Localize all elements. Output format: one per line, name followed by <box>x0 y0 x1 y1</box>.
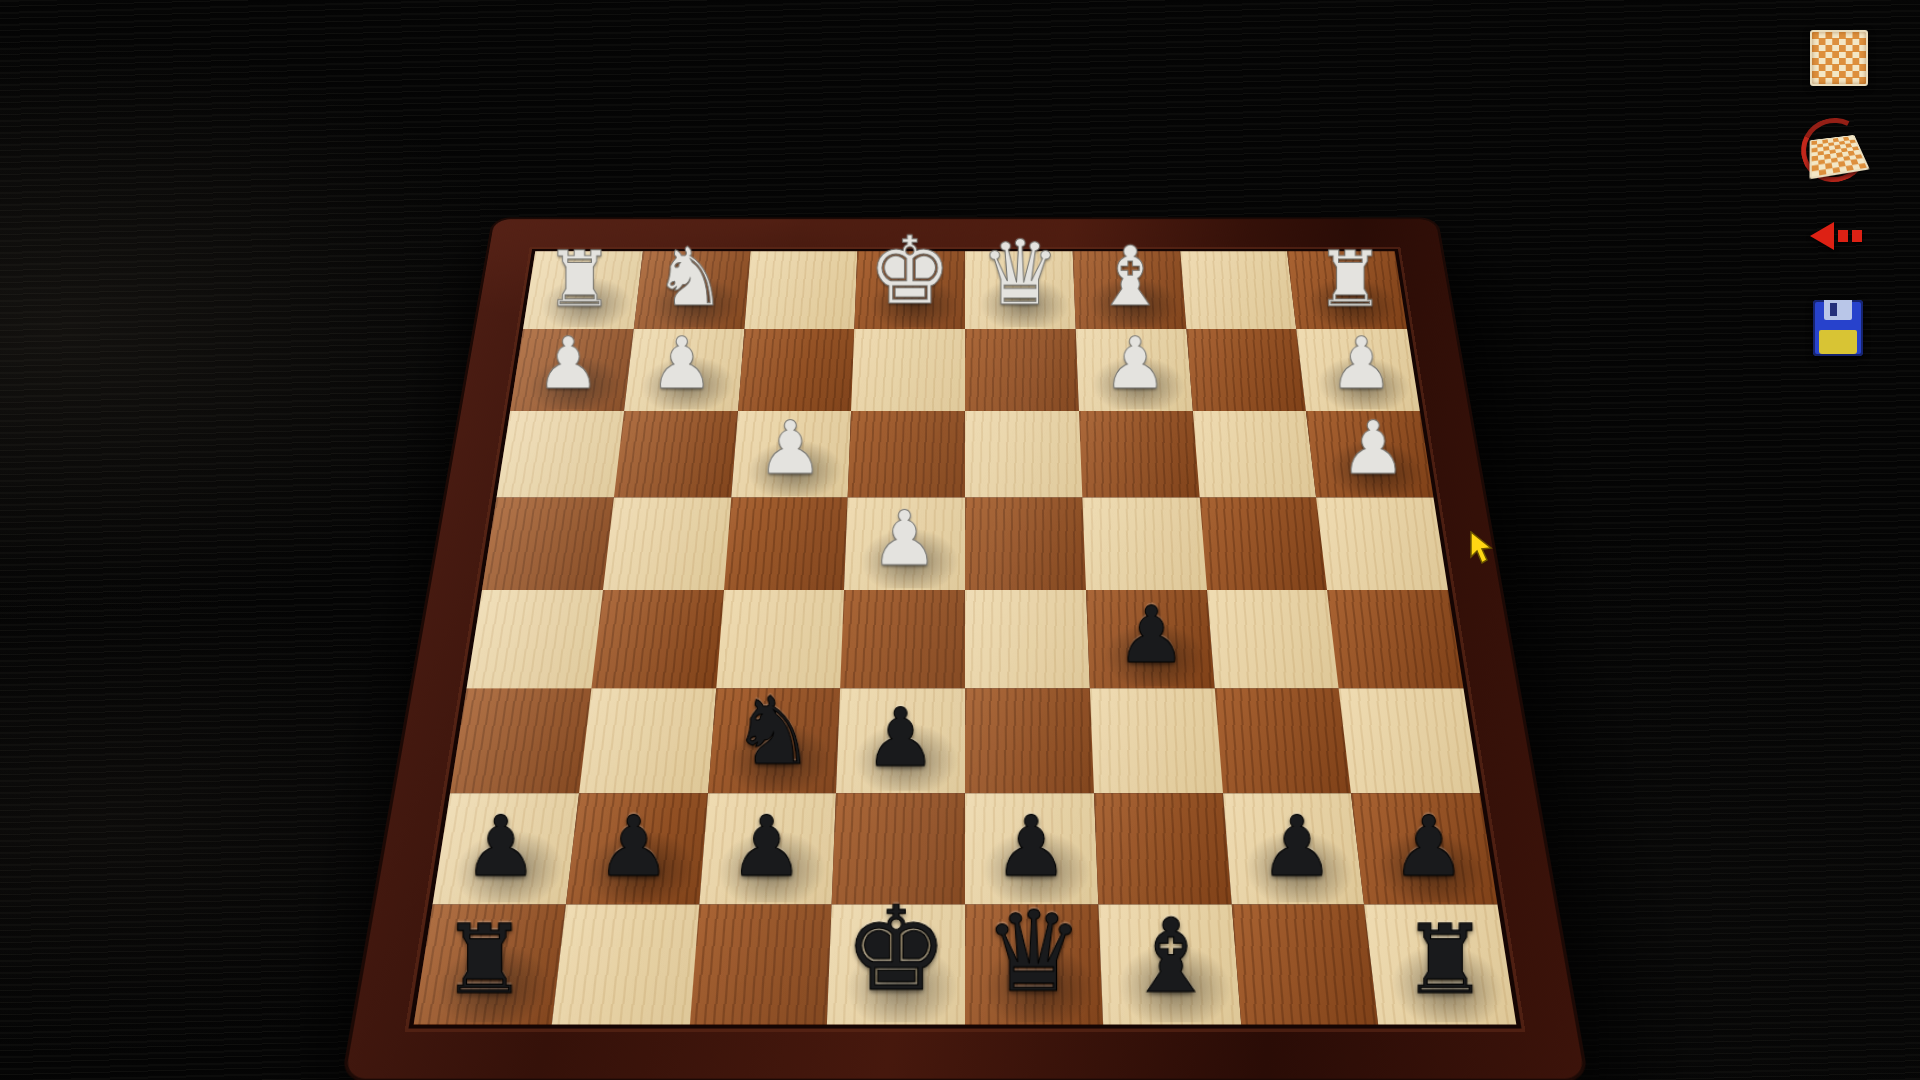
white-king[interactable]: ♚ <box>855 224 965 317</box>
undo-arrow-dash <box>1838 230 1848 242</box>
square[interactable] <box>1180 251 1297 328</box>
square[interactable] <box>591 590 723 688</box>
white-pawn[interactable]: ♟ <box>732 412 849 485</box>
square[interactable] <box>1316 498 1448 590</box>
black-bishop[interactable]: ♝ <box>1102 905 1239 1007</box>
square[interactable]: ♛ <box>965 905 1103 1025</box>
square[interactable]: ♟ <box>566 793 708 905</box>
square[interactable]: ♞ <box>708 688 841 793</box>
square[interactable]: ♚ <box>827 905 965 1025</box>
square[interactable]: ♝ <box>1098 905 1241 1025</box>
undo-icon[interactable] <box>1810 222 1862 250</box>
square[interactable]: ♟ <box>836 688 965 793</box>
square[interactable]: ♟ <box>1306 411 1433 498</box>
black-pawn[interactable]: ♟ <box>700 805 833 888</box>
white-knight[interactable]: ♞ <box>635 237 745 317</box>
square[interactable]: ♟ <box>1086 590 1214 688</box>
square[interactable]: ♞ <box>634 251 751 328</box>
square[interactable]: ♟ <box>699 793 837 905</box>
black-pawn[interactable]: ♟ <box>435 805 568 888</box>
square[interactable] <box>738 329 855 411</box>
square[interactable] <box>1094 793 1232 905</box>
white-rook[interactable]: ♜ <box>524 241 634 318</box>
black-rook[interactable]: ♜ <box>416 912 553 1007</box>
square[interactable]: ♟ <box>433 793 579 905</box>
square[interactable] <box>1199 498 1327 590</box>
board-3d-scene: ♜♞♚♛♝♜♟♟♟♟♟♟♟♟♞♟♟♟♟♟♟♟♜♚♛♝♜ <box>345 219 1585 1078</box>
square[interactable] <box>689 905 832 1025</box>
black-pawn[interactable]: ♟ <box>1363 805 1496 888</box>
square[interactable] <box>744 251 858 328</box>
square[interactable] <box>965 329 1079 411</box>
square[interactable] <box>1090 688 1223 793</box>
square[interactable]: ♜ <box>1364 905 1516 1025</box>
square[interactable] <box>579 688 716 793</box>
white-bishop[interactable]: ♝ <box>1075 235 1185 317</box>
black-pawn[interactable]: ♟ <box>1230 805 1363 888</box>
square[interactable] <box>1192 411 1316 498</box>
square[interactable] <box>848 411 965 498</box>
square[interactable] <box>840 590 965 688</box>
square[interactable] <box>482 498 614 590</box>
square[interactable] <box>965 688 1094 793</box>
square[interactable] <box>603 498 731 590</box>
white-pawn[interactable]: ♟ <box>845 501 965 577</box>
floppy-shutter <box>1824 300 1852 320</box>
black-king[interactable]: ♚ <box>828 892 965 1008</box>
black-pawn[interactable]: ♟ <box>837 697 965 778</box>
white-pawn[interactable]: ♟ <box>1305 328 1418 399</box>
undo-arrow-dash <box>1852 230 1862 242</box>
white-pawn[interactable]: ♟ <box>1315 412 1432 485</box>
square[interactable] <box>1207 590 1339 688</box>
white-pawn[interactable]: ♟ <box>625 328 738 399</box>
square[interactable] <box>1231 905 1378 1025</box>
square[interactable]: ♛ <box>965 251 1075 328</box>
square[interactable] <box>1082 498 1206 590</box>
square[interactable]: ♟ <box>510 329 633 411</box>
floppy-slot <box>1830 303 1837 316</box>
undo-arrow-head <box>1810 222 1834 250</box>
square[interactable]: ♟ <box>731 411 852 498</box>
black-pawn[interactable]: ♟ <box>965 805 1098 888</box>
square[interactable]: ♜ <box>1287 251 1407 328</box>
square[interactable] <box>965 498 1086 590</box>
black-knight[interactable]: ♞ <box>709 685 837 778</box>
black-pawn[interactable]: ♟ <box>567 805 700 888</box>
square[interactable] <box>965 411 1082 498</box>
square[interactable]: ♝ <box>1072 251 1186 328</box>
square[interactable]: ♟ <box>624 329 744 411</box>
board-frame: ♜♞♚♛♝♜♟♟♟♟♟♟♟♟♞♟♟♟♟♟♟♟♜♚♛♝♜ <box>345 219 1585 1078</box>
square[interactable]: ♟ <box>1075 329 1192 411</box>
square[interactable] <box>1327 590 1463 688</box>
square[interactable]: ♟ <box>1351 793 1497 905</box>
square[interactable] <box>497 411 624 498</box>
black-pawn[interactable]: ♟ <box>1089 596 1213 674</box>
square[interactable] <box>614 411 738 498</box>
board: ♜♞♚♛♝♜♟♟♟♟♟♟♟♟♞♟♟♟♟♟♟♟♜♚♛♝♜ <box>414 251 1517 1024</box>
save-icon[interactable] <box>1813 300 1863 356</box>
square[interactable] <box>467 590 603 688</box>
chess-app-window: ♜♞♚♛♝♜♟♟♟♟♟♟♟♟♞♟♟♟♟♟♟♟♜♚♛♝♜ <box>0 0 1920 1080</box>
square[interactable] <box>1214 688 1351 793</box>
square[interactable] <box>1079 411 1200 498</box>
chessboard-icon[interactable] <box>1810 30 1868 86</box>
square[interactable]: ♟ <box>1296 329 1419 411</box>
square[interactable]: ♜ <box>523 251 643 328</box>
black-queen[interactable]: ♛ <box>965 896 1102 1007</box>
black-rook[interactable]: ♜ <box>1377 912 1514 1007</box>
white-pawn[interactable]: ♟ <box>1078 328 1191 399</box>
floppy-label <box>1819 330 1857 354</box>
rotate-board-icon[interactable] <box>1801 118 1867 182</box>
square[interactable] <box>724 498 848 590</box>
white-pawn[interactable]: ♟ <box>512 328 625 399</box>
square[interactable]: ♟ <box>844 498 965 590</box>
square[interactable] <box>716 590 844 688</box>
square[interactable] <box>851 329 965 411</box>
square[interactable]: ♟ <box>1222 793 1364 905</box>
square[interactable]: ♜ <box>414 905 566 1025</box>
square[interactable]: ♚ <box>855 251 965 328</box>
square[interactable] <box>450 688 591 793</box>
square[interactable] <box>1186 329 1306 411</box>
white-rook[interactable]: ♜ <box>1295 241 1405 318</box>
square[interactable] <box>965 590 1090 688</box>
white-queen[interactable]: ♛ <box>965 228 1075 317</box>
square[interactable] <box>1339 688 1480 793</box>
square[interactable] <box>552 905 699 1025</box>
